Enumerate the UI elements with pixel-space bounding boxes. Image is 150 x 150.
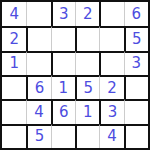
given-digit: 5 — [35, 129, 45, 144]
given-digit: 2 — [107, 81, 117, 96]
cell-r3c5[interactable] — [99, 51, 123, 75]
cell-r6c2[interactable]: 5 — [26, 124, 50, 148]
cell-r4c4[interactable]: 5 — [75, 75, 99, 99]
cell-r3c1[interactable]: 1 — [2, 51, 26, 75]
cell-r1c6[interactable]: 6 — [124, 2, 148, 26]
cell-r2c3[interactable] — [51, 26, 75, 50]
cell-r5c6[interactable] — [124, 99, 148, 123]
cell-r3c2[interactable] — [26, 51, 50, 75]
given-digit: 2 — [9, 32, 19, 47]
given-digit: 1 — [83, 105, 93, 120]
cell-r3c4[interactable] — [75, 51, 99, 75]
cell-r6c1[interactable] — [2, 124, 26, 148]
cell-r5c4[interactable]: 1 — [75, 99, 99, 123]
cell-r6c5[interactable]: 4 — [99, 124, 123, 148]
cell-r1c5[interactable] — [99, 2, 123, 26]
given-digit: 4 — [34, 105, 44, 120]
given-digit: 2 — [83, 7, 93, 22]
given-digit: 1 — [9, 56, 19, 71]
cell-r5c5[interactable]: 3 — [99, 99, 123, 123]
cell-r1c4[interactable]: 2 — [75, 2, 99, 26]
given-digit: 3 — [59, 7, 69, 22]
cell-r4c2[interactable]: 6 — [26, 75, 50, 99]
given-digit: 3 — [108, 105, 118, 120]
given-digit: 5 — [132, 32, 142, 47]
cell-r6c3[interactable] — [51, 124, 75, 148]
given-digit: 6 — [35, 81, 45, 96]
cell-r3c3[interactable] — [51, 51, 75, 75]
cell-r4c5[interactable]: 2 — [99, 75, 123, 99]
given-digit: 4 — [9, 7, 19, 22]
given-digit: 5 — [83, 81, 93, 96]
cell-r2c4[interactable] — [75, 26, 99, 50]
given-digit: 6 — [132, 7, 142, 22]
given-digit: 1 — [59, 81, 69, 96]
cell-r6c6[interactable] — [124, 124, 148, 148]
given-digit: 3 — [132, 56, 142, 71]
cell-r6c4[interactable] — [75, 124, 99, 148]
cell-r2c5[interactable] — [99, 26, 123, 50]
cell-r4c6[interactable] — [124, 75, 148, 99]
cell-r2c6[interactable]: 5 — [124, 26, 148, 50]
given-digit: 6 — [59, 105, 69, 120]
cell-r4c3[interactable]: 1 — [51, 75, 75, 99]
given-digit: 4 — [107, 129, 117, 144]
cell-r1c1[interactable]: 4 — [2, 2, 26, 26]
cell-r2c1[interactable]: 2 — [2, 26, 26, 50]
cell-r2c2[interactable] — [26, 26, 50, 50]
cell-r3c6[interactable]: 3 — [124, 51, 148, 75]
cell-r1c2[interactable] — [26, 2, 50, 26]
cell-r5c1[interactable] — [2, 99, 26, 123]
cell-r4c1[interactable] — [2, 75, 26, 99]
cell-r5c3[interactable]: 6 — [51, 99, 75, 123]
cell-r1c3[interactable]: 3 — [51, 2, 75, 26]
sudoku-board: 432625136152461354 — [0, 0, 150, 150]
cell-r5c2[interactable]: 4 — [26, 99, 50, 123]
